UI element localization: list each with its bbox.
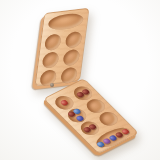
board-top-half [34, 8, 89, 87]
board-bottom-half [43, 78, 139, 154]
pit-top-2-right [62, 49, 80, 67]
stone-red [59, 99, 69, 106]
pit-top-1-right [64, 31, 82, 49]
pit-top-2-left [41, 51, 59, 69]
stone-indigo [75, 115, 85, 122]
product-photo [0, 0, 160, 160]
store-top [47, 12, 84, 31]
mancala-board [0, 0, 160, 160]
pit-top-1-left [43, 33, 61, 51]
hinge-pin-icon [50, 83, 54, 87]
